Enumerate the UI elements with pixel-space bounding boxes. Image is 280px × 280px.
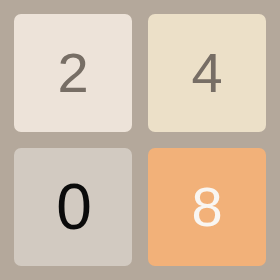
game-board-2048[interactable]: 2 4 0 8 — [0, 0, 280, 280]
tile-8: 8 — [148, 148, 266, 266]
tile-2: 2 — [14, 14, 132, 132]
tile-0: 0 — [14, 148, 132, 266]
tile-4: 4 — [148, 14, 266, 132]
